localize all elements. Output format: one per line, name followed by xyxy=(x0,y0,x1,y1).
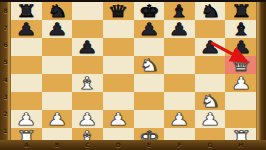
black-pawn-c6[interactable]: ♟ xyxy=(77,39,98,56)
square-b7[interactable]: ♟ xyxy=(42,20,73,38)
square-f4[interactable] xyxy=(164,74,195,92)
white-pawn-b2[interactable]: ♟ xyxy=(46,111,67,128)
square-f5[interactable] xyxy=(164,56,195,74)
board-frame-right xyxy=(256,2,266,140)
square-c7[interactable] xyxy=(72,20,103,38)
square-b6[interactable] xyxy=(42,38,73,56)
square-c2[interactable]: ♟ xyxy=(72,110,103,128)
file-label-C: C xyxy=(85,142,89,148)
square-a4[interactable] xyxy=(11,74,42,92)
white-pawn-c2[interactable]: ♟ xyxy=(77,111,98,128)
rank-label-7: 7 xyxy=(0,19,11,36)
rank-label-5: 5 xyxy=(0,54,11,71)
chess-board: ♜♞♛♚♝♞♜♟♟♟♟♝♟♟♟♞♛♝♟♞♟♟♟♟♟♟♜♝♚♜ xyxy=(11,2,256,140)
square-h3[interactable] xyxy=(225,92,256,110)
rank-coordinates: 87654321 xyxy=(0,2,11,140)
black-pawn-h6[interactable]: ♟ xyxy=(230,39,251,56)
square-d5[interactable] xyxy=(103,56,134,74)
white-bishop-c4[interactable]: ♝ xyxy=(77,75,98,92)
square-h6[interactable]: ♟ xyxy=(225,38,256,56)
square-d8[interactable]: ♛ xyxy=(103,2,134,20)
square-d2[interactable]: ♟ xyxy=(103,110,134,128)
black-pawn-f7[interactable]: ♟ xyxy=(169,21,190,38)
rank-label-1: 1 xyxy=(0,123,11,140)
square-b5[interactable] xyxy=(42,56,73,74)
square-h5[interactable]: ♛ xyxy=(225,56,256,74)
square-b2[interactable]: ♟ xyxy=(42,110,73,128)
file-label-E: E xyxy=(147,142,151,148)
square-a6[interactable] xyxy=(11,38,42,56)
square-c4[interactable]: ♝ xyxy=(72,74,103,92)
square-f2[interactable]: ♟ xyxy=(164,110,195,128)
chess-board-app: 87654321 ♜♞♛♚♝♞♜♟♟♟♟♝♟♟♟♞♛♝♟♞♟♟♟♟♟♟♜♝♚♜ … xyxy=(0,0,266,150)
black-rook-a8[interactable]: ♜ xyxy=(16,3,37,20)
square-a5[interactable] xyxy=(11,56,42,74)
white-pawn-g2[interactable]: ♟ xyxy=(199,111,220,128)
square-a8[interactable]: ♜ xyxy=(11,2,42,20)
square-e8[interactable]: ♚ xyxy=(134,2,165,20)
square-e4[interactable] xyxy=(134,74,165,92)
white-knight-g3[interactable]: ♞ xyxy=(199,93,220,110)
square-e7[interactable]: ♟ xyxy=(134,20,165,38)
square-e2[interactable] xyxy=(134,110,165,128)
black-pawn-e7[interactable]: ♟ xyxy=(138,21,159,38)
black-bishop-f8[interactable]: ♝ xyxy=(169,3,190,20)
black-knight-b8[interactable]: ♞ xyxy=(46,3,67,20)
square-g7[interactable] xyxy=(195,20,226,38)
square-f3[interactable] xyxy=(164,92,195,110)
square-g2[interactable]: ♟ xyxy=(195,110,226,128)
square-d4[interactable] xyxy=(103,74,134,92)
square-c3[interactable] xyxy=(72,92,103,110)
black-queen-d8[interactable]: ♛ xyxy=(108,3,129,20)
square-f6[interactable] xyxy=(164,38,195,56)
square-a7[interactable]: ♟ xyxy=(11,20,42,38)
square-h2[interactable] xyxy=(225,110,256,128)
square-a2[interactable]: ♟ xyxy=(11,110,42,128)
square-f8[interactable]: ♝ xyxy=(164,2,195,20)
square-c5[interactable] xyxy=(72,56,103,74)
black-pawn-g6[interactable]: ♟ xyxy=(199,39,220,56)
black-knight-g8[interactable]: ♞ xyxy=(199,3,220,20)
black-pawn-b7[interactable]: ♟ xyxy=(46,21,67,38)
rank-label-3: 3 xyxy=(0,88,11,105)
square-d6[interactable] xyxy=(103,38,134,56)
black-rook-h8[interactable]: ♜ xyxy=(230,3,251,20)
file-label-B: B xyxy=(55,142,60,148)
white-pawn-d2[interactable]: ♟ xyxy=(108,111,129,128)
square-b8[interactable]: ♞ xyxy=(42,2,73,20)
rank-label-8: 8 xyxy=(0,2,11,19)
square-e6[interactable] xyxy=(134,38,165,56)
square-g4[interactable] xyxy=(195,74,226,92)
file-coordinates: ABCDEFGH xyxy=(0,140,266,150)
square-a3[interactable] xyxy=(11,92,42,110)
white-pawn-h4[interactable]: ♟ xyxy=(230,75,251,92)
black-king-e8[interactable]: ♚ xyxy=(138,3,159,20)
square-e3[interactable] xyxy=(134,92,165,110)
white-pawn-a2[interactable]: ♟ xyxy=(16,111,37,128)
file-label-D: D xyxy=(116,142,121,148)
square-g6[interactable]: ♟ xyxy=(195,38,226,56)
square-b3[interactable] xyxy=(42,92,73,110)
square-g5[interactable] xyxy=(195,56,226,74)
square-b4[interactable] xyxy=(42,74,73,92)
square-d7[interactable] xyxy=(103,20,134,38)
square-e5[interactable]: ♞ xyxy=(134,56,165,74)
file-label-A: A xyxy=(24,142,29,148)
file-label-G: G xyxy=(208,142,213,148)
black-bishop-h7[interactable]: ♝ xyxy=(230,21,251,38)
square-h8[interactable]: ♜ xyxy=(225,2,256,20)
rank-label-6: 6 xyxy=(0,37,11,54)
white-queen-h5[interactable]: ♛ xyxy=(230,57,251,74)
square-d3[interactable] xyxy=(103,92,134,110)
file-label-H: H xyxy=(238,142,243,148)
square-c6[interactable]: ♟ xyxy=(72,38,103,56)
square-h4[interactable]: ♟ xyxy=(225,74,256,92)
rank-label-4: 4 xyxy=(0,71,11,88)
square-c8[interactable] xyxy=(72,2,103,20)
square-g3[interactable]: ♞ xyxy=(195,92,226,110)
black-pawn-a7[interactable]: ♟ xyxy=(16,21,37,38)
square-f7[interactable]: ♟ xyxy=(164,20,195,38)
file-label-F: F xyxy=(177,142,181,148)
square-h7[interactable]: ♝ xyxy=(225,20,256,38)
square-g8[interactable]: ♞ xyxy=(195,2,226,20)
white-pawn-f2[interactable]: ♟ xyxy=(169,111,190,128)
white-knight-e5[interactable]: ♞ xyxy=(138,57,159,74)
rank-label-2: 2 xyxy=(0,106,11,123)
